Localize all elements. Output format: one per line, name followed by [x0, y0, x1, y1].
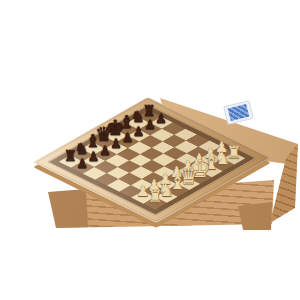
chess-set-product-photo: ♜♞♝♛♚♝♞♜♟♟♟♟♟♟♟♟♟♟♟♟♟♟♟♟♜♞♝♛♚♝♞♜: [0, 0, 300, 300]
card-back-pattern: [228, 104, 250, 121]
playing-cards-deck: [223, 100, 254, 125]
